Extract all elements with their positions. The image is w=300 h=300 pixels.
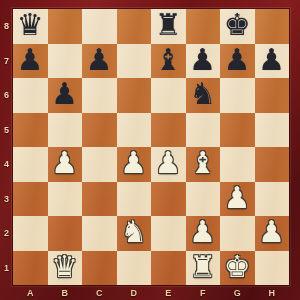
white-pawn[interactable]: ♟: [224, 183, 251, 213]
square-c8[interactable]: [82, 9, 117, 44]
square-d1[interactable]: [117, 251, 152, 286]
white-queen[interactable]: ♛: [51, 252, 78, 282]
black-pawn[interactable]: ♟: [189, 45, 216, 75]
file-label-b: B: [48, 285, 83, 300]
square-g8[interactable]: ♚: [220, 9, 255, 44]
file-label-f: F: [186, 285, 221, 300]
square-d2[interactable]: ♞: [117, 216, 152, 251]
square-f5[interactable]: [186, 113, 221, 148]
square-c1[interactable]: [82, 251, 117, 286]
square-a8[interactable]: ♛: [13, 9, 48, 44]
white-pawn[interactable]: ♟: [120, 148, 147, 178]
square-g4[interactable]: [220, 147, 255, 182]
square-c7[interactable]: ♟: [82, 44, 117, 79]
square-f8[interactable]: [186, 9, 221, 44]
white-rook[interactable]: ♜: [189, 252, 216, 282]
file-label-e: E: [151, 285, 186, 300]
rank-label-6: 6: [0, 78, 13, 113]
square-d6[interactable]: [117, 78, 152, 113]
black-bishop[interactable]: ♝: [155, 45, 182, 75]
square-e1[interactable]: [151, 251, 186, 286]
square-f7[interactable]: ♟: [186, 44, 221, 79]
square-g1[interactable]: ♚: [220, 251, 255, 286]
square-d5[interactable]: [117, 113, 152, 148]
square-d8[interactable]: [117, 9, 152, 44]
square-e8[interactable]: ♜: [151, 9, 186, 44]
white-bishop[interactable]: ♝: [189, 148, 216, 178]
black-pawn[interactable]: ♟: [258, 45, 285, 75]
file-label-d: D: [117, 285, 152, 300]
square-e5[interactable]: [151, 113, 186, 148]
square-h6[interactable]: [255, 78, 290, 113]
square-h1[interactable]: [255, 251, 290, 286]
square-g3[interactable]: ♟: [220, 182, 255, 217]
black-queen[interactable]: ♛: [17, 10, 44, 40]
file-label-c: C: [82, 285, 117, 300]
square-b4[interactable]: ♟: [48, 147, 83, 182]
black-pawn[interactable]: ♟: [86, 45, 113, 75]
file-label-a: A: [13, 285, 48, 300]
square-c4[interactable]: [82, 147, 117, 182]
square-h2[interactable]: ♟: [255, 216, 290, 251]
chess-board: ♛♜♚♟♟♝♟♟♟♟♞♟♟♟♝♟♞♟♟♛♜♚: [13, 9, 289, 285]
file-label-g: G: [220, 285, 255, 300]
white-king[interactable]: ♚: [224, 252, 251, 282]
square-g6[interactable]: [220, 78, 255, 113]
rank-label-2: 2: [0, 216, 13, 251]
square-e6[interactable]: [151, 78, 186, 113]
black-pawn[interactable]: ♟: [224, 45, 251, 75]
square-e3[interactable]: [151, 182, 186, 217]
square-g2[interactable]: [220, 216, 255, 251]
square-g5[interactable]: [220, 113, 255, 148]
square-e2[interactable]: [151, 216, 186, 251]
white-pawn[interactable]: ♟: [51, 148, 78, 178]
white-pawn[interactable]: ♟: [258, 217, 285, 247]
square-d7[interactable]: [117, 44, 152, 79]
square-a6[interactable]: [13, 78, 48, 113]
black-king[interactable]: ♚: [224, 10, 251, 40]
rank-label-7: 7: [0, 44, 13, 79]
square-b5[interactable]: [48, 113, 83, 148]
square-h3[interactable]: [255, 182, 290, 217]
square-b6[interactable]: ♟: [48, 78, 83, 113]
square-f4[interactable]: ♝: [186, 147, 221, 182]
white-pawn[interactable]: ♟: [155, 148, 182, 178]
square-f2[interactable]: ♟: [186, 216, 221, 251]
square-g7[interactable]: ♟: [220, 44, 255, 79]
square-a3[interactable]: [13, 182, 48, 217]
square-c6[interactable]: [82, 78, 117, 113]
square-a7[interactable]: ♟: [13, 44, 48, 79]
square-a1[interactable]: [13, 251, 48, 286]
square-d4[interactable]: ♟: [117, 147, 152, 182]
square-b8[interactable]: [48, 9, 83, 44]
black-knight[interactable]: ♞: [189, 79, 216, 109]
square-b3[interactable]: [48, 182, 83, 217]
square-e4[interactable]: ♟: [151, 147, 186, 182]
square-b2[interactable]: [48, 216, 83, 251]
square-h7[interactable]: ♟: [255, 44, 290, 79]
square-h4[interactable]: [255, 147, 290, 182]
rank-label-1: 1: [0, 251, 13, 286]
white-knight[interactable]: ♞: [120, 217, 147, 247]
square-f3[interactable]: [186, 182, 221, 217]
rank-label-5: 5: [0, 113, 13, 148]
black-pawn[interactable]: ♟: [51, 79, 78, 109]
rank-label-8: 8: [0, 9, 13, 44]
square-b1[interactable]: ♛: [48, 251, 83, 286]
square-c2[interactable]: [82, 216, 117, 251]
chess-diagram: ♛♜♚♟♟♝♟♟♟♟♞♟♟♟♝♟♞♟♟♛♜♚ 87654321ABCDEFGH: [0, 0, 300, 300]
square-b7[interactable]: [48, 44, 83, 79]
square-c5[interactable]: [82, 113, 117, 148]
square-f6[interactable]: ♞: [186, 78, 221, 113]
rank-label-3: 3: [0, 182, 13, 217]
square-a5[interactable]: [13, 113, 48, 148]
square-a2[interactable]: [13, 216, 48, 251]
file-label-h: H: [255, 285, 290, 300]
white-pawn[interactable]: ♟: [189, 217, 216, 247]
black-rook[interactable]: ♜: [155, 10, 182, 40]
square-h5[interactable]: [255, 113, 290, 148]
square-a4[interactable]: [13, 147, 48, 182]
square-h8[interactable]: [255, 9, 290, 44]
square-d3[interactable]: [117, 182, 152, 217]
square-e7[interactable]: ♝: [151, 44, 186, 79]
black-pawn[interactable]: ♟: [17, 45, 44, 75]
rank-label-4: 4: [0, 147, 13, 182]
square-f1[interactable]: ♜: [186, 251, 221, 286]
square-c3[interactable]: [82, 182, 117, 217]
